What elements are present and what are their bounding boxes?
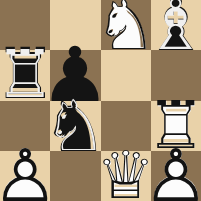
white-pawn-a[interactable]: ♟♙ xyxy=(0,151,50,201)
square-r3c0[interactable]: ♟♙ xyxy=(0,151,50,201)
chess-board: ♞♘♝♗♜♖♟♞♘♜♖♟♙♛♕♟♙ xyxy=(0,0,201,201)
black-bishop[interactable]: ♝♗ xyxy=(151,0,201,50)
square-r3c1[interactable] xyxy=(50,151,100,201)
white-pawn-outline-glyph: ♙ xyxy=(143,139,201,201)
white-pawn-b[interactable]: ♟♙ xyxy=(151,151,201,201)
square-r3c3[interactable]: ♟♙ xyxy=(151,151,201,201)
square-r0c3[interactable]: ♝♗ xyxy=(151,0,201,50)
